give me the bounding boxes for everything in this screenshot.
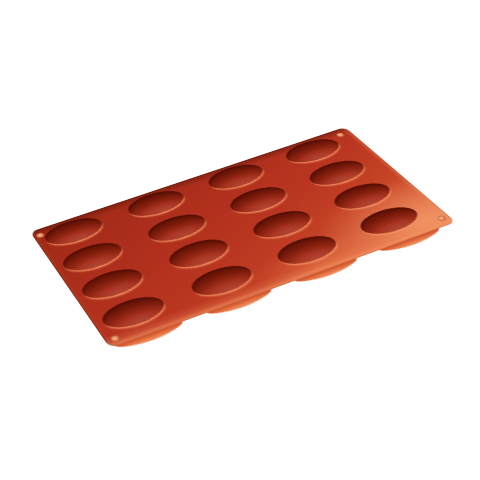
corner-hole <box>109 335 120 343</box>
corner-hole <box>335 132 345 138</box>
silicone-mold <box>30 127 456 348</box>
corner-hole <box>35 232 45 238</box>
corner-hole <box>435 215 446 222</box>
corner-holes <box>30 127 456 348</box>
photo-stage <box>0 0 480 480</box>
